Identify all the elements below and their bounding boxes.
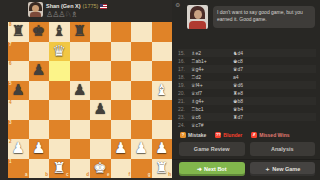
white-move[interactable]: ♕c6 — [191, 114, 233, 120]
square-a1[interactable]: 1a — [8, 159, 29, 179]
file-label-h: h — [168, 173, 171, 178]
square-f7[interactable] — [111, 42, 132, 62]
square-h8[interactable] — [152, 22, 173, 42]
move-number: 21. — [178, 98, 191, 104]
square-c8[interactable]: ♝ — [49, 22, 70, 42]
rank-label-4: 4 — [9, 101, 12, 106]
square-a4[interactable]: 4 — [8, 100, 29, 120]
square-g7[interactable] — [131, 42, 152, 62]
move-row: 19.♕f4+♛d6 — [178, 81, 316, 89]
us-flag-icon — [100, 4, 107, 9]
file-label-e: e — [107, 173, 110, 178]
move-row: 18.♖d2a4 — [178, 73, 316, 81]
square-h2[interactable]: ♟ — [152, 139, 173, 159]
rank-label-2: 2 — [9, 140, 12, 145]
square-d7[interactable] — [70, 42, 91, 62]
square-d8[interactable]: ♜ — [70, 22, 91, 42]
square-a5[interactable]: 5♟ — [8, 81, 29, 101]
rank-label-6: 6 — [9, 62, 12, 67]
square-b2[interactable]: ♟ — [29, 139, 50, 159]
square-b6[interactable]: ♟ — [29, 61, 50, 81]
rank-label-1: 1 — [9, 160, 12, 165]
arrow-right-icon: ➜ — [197, 166, 202, 172]
move-row: 22.♖bc1♛b4 — [178, 105, 316, 113]
move-number: 20. — [178, 90, 191, 96]
square-e4[interactable]: ♟ — [90, 100, 111, 120]
white-move[interactable]: ♕f4+ — [191, 82, 233, 88]
badge-icon: ? — [180, 132, 186, 138]
badge-icon: ?? — [215, 132, 221, 138]
white-move[interactable]: ♗e2 — [191, 50, 233, 56]
gear-icon[interactable]: ⚙ — [175, 1, 180, 8]
black-move[interactable]: ♛b4 — [233, 106, 275, 112]
chess-board[interactable]: 8♜♚♝♜7♛6♟5♟♟♝4♟32♟♟♟♟♟1abc♜de♚fgh♜ — [8, 22, 172, 178]
square-a7[interactable]: 7 — [8, 42, 29, 62]
square-c6[interactable] — [49, 61, 70, 81]
move-number: 18. — [178, 74, 191, 80]
square-c1[interactable]: c♜ — [49, 159, 70, 179]
square-a8[interactable]: 8♜ — [8, 22, 29, 42]
file-label-g: g — [148, 173, 151, 178]
white-move[interactable]: ♕g4+ — [191, 66, 233, 72]
black-pawn-e4: ♟ — [90, 100, 111, 120]
square-b3[interactable] — [29, 120, 50, 140]
square-e3[interactable] — [90, 120, 111, 140]
move-row: 21.♗g4+♚b8 — [178, 97, 316, 105]
square-c7[interactable]: ♛ — [49, 42, 70, 62]
square-b1[interactable]: b — [29, 159, 50, 179]
square-e8[interactable] — [90, 22, 111, 42]
square-f3[interactable] — [111, 120, 132, 140]
square-a6[interactable]: 6 — [8, 61, 29, 81]
badge-missed-wins: ✗Missed Wins — [251, 132, 289, 138]
black-rook-d8: ♜ — [70, 22, 91, 42]
square-a3[interactable]: 3 — [8, 120, 29, 140]
square-e1[interactable]: e♚ — [90, 159, 111, 179]
badge-mistake: ?Mistake — [180, 132, 206, 138]
square-g4[interactable] — [131, 100, 152, 120]
square-g3[interactable] — [131, 120, 152, 140]
analysis-button[interactable]: Analysis — [250, 142, 316, 156]
opponent-avatar[interactable] — [28, 2, 43, 17]
avatar-face — [194, 10, 202, 19]
square-f8[interactable] — [111, 22, 132, 42]
badge-label: Missed Wins — [259, 132, 289, 138]
new-game-button[interactable]: ＋ New Game — [250, 162, 316, 176]
rank-label-3: 3 — [9, 121, 12, 126]
badge-label: Mistake — [188, 132, 206, 138]
white-move[interactable]: ♖bc1 — [191, 106, 233, 112]
move-number: 16. — [178, 58, 191, 64]
square-e7[interactable] — [90, 42, 111, 62]
square-b5[interactable] — [29, 81, 50, 101]
black-move[interactable]: a4 — [233, 74, 275, 80]
move-number: 24. — [178, 122, 191, 128]
square-f6[interactable] — [111, 61, 132, 81]
white-move[interactable]: ♖d2 — [191, 74, 233, 80]
square-d5[interactable]: ♟ — [70, 81, 91, 101]
square-g2[interactable]: ♟ — [131, 139, 152, 159]
move-number: 15. — [178, 50, 191, 56]
black-king-b8: ♚ — [29, 22, 50, 42]
white-pawn-f2: ♟ — [111, 139, 132, 159]
square-g5[interactable] — [131, 81, 152, 101]
side-panel: ⚙ I don't want to say good game, but you… — [172, 0, 320, 180]
avatar-shirt — [189, 21, 206, 29]
white-move[interactable]: ♕c7# — [191, 122, 233, 128]
white-pawn-g2: ♟ — [131, 139, 152, 159]
move-number: 22. — [178, 106, 191, 112]
black-move[interactable]: ♛d6 — [233, 82, 275, 88]
square-d2[interactable] — [70, 139, 91, 159]
move-row: 16.♖ab1+♚c8 — [178, 57, 316, 65]
panel-divider — [172, 159, 320, 160]
move-number: 23. — [178, 114, 191, 120]
file-label-b: b — [45, 173, 48, 178]
badge-icon: ✗ — [251, 132, 257, 138]
move-row: 17.♕g4+♛d7 — [178, 65, 316, 73]
move-list[interactable]: 15.♗e2♞d416.♖ab1+♚c817.♕g4+♛d718.♖d2a419… — [178, 49, 316, 129]
black-move[interactable]: ♜d7 — [233, 114, 275, 120]
square-f4[interactable] — [111, 100, 132, 120]
square-f1[interactable]: f — [111, 159, 132, 179]
square-g1[interactable]: g — [131, 159, 152, 179]
game-review-button[interactable]: Game Review — [179, 142, 245, 156]
next-bot-button[interactable]: ➜ Next Bot — [179, 162, 245, 176]
square-g8[interactable] — [131, 22, 152, 42]
white-move[interactable]: ♗g4+ — [191, 98, 233, 104]
avatar-shirt — [30, 12, 41, 17]
chat-bubble: I don't want to say good game, but you e… — [213, 6, 315, 28]
last-move-highlight — [49, 61, 70, 81]
rank-label-7: 7 — [9, 43, 12, 48]
square-c5[interactable] — [49, 81, 70, 101]
black-pawn-b6: ♟ — [29, 61, 50, 81]
classification-badges: ?Mistake??Blunder✗Missed Wins — [180, 132, 316, 138]
rank-label-8: 8 — [9, 23, 12, 28]
square-d1[interactable]: d — [70, 159, 91, 179]
square-e6[interactable] — [90, 61, 111, 81]
square-f5[interactable] — [111, 81, 132, 101]
black-move[interactable]: ♚b8 — [233, 98, 275, 104]
square-c4[interactable] — [49, 100, 70, 120]
square-b8[interactable]: ♚ — [29, 22, 50, 42]
badge-blunder: ??Blunder — [215, 132, 242, 138]
square-h3[interactable] — [152, 120, 173, 140]
square-d3[interactable] — [70, 120, 91, 140]
black-bishop-c8: ♝ — [49, 22, 70, 42]
black-move[interactable]: ♞d4 — [233, 50, 275, 56]
square-f2[interactable]: ♟ — [111, 139, 132, 159]
move-row: 15.♗e2♞d4 — [178, 49, 316, 57]
last-move-highlight — [49, 42, 70, 62]
square-h6[interactable] — [152, 61, 173, 81]
square-d4[interactable] — [70, 100, 91, 120]
black-move[interactable]: ♚c8 — [233, 58, 275, 64]
file-label-c: c — [66, 173, 69, 178]
square-a2[interactable]: 2♟ — [8, 139, 29, 159]
move-number: 17. — [178, 66, 191, 72]
move-row: 24.♕c7# — [178, 121, 316, 129]
black-pawn-d5: ♟ — [70, 81, 91, 101]
avatar-face — [32, 5, 39, 12]
file-label-a: a — [25, 173, 28, 178]
badge-label: Blunder — [223, 132, 242, 138]
square-c2[interactable] — [49, 139, 70, 159]
plus-icon: ＋ — [264, 166, 270, 172]
black-move[interactable]: ♜e8 — [233, 90, 275, 96]
black-move[interactable]: ♛d7 — [233, 66, 275, 72]
square-e2[interactable] — [90, 139, 111, 159]
square-b4[interactable] — [29, 100, 50, 120]
file-label-d: d — [86, 173, 89, 178]
file-label-f: f — [129, 173, 131, 178]
move-row: 20.♕xf7♜e8 — [178, 89, 316, 97]
square-b7[interactable] — [29, 42, 50, 62]
move-number: 19. — [178, 82, 191, 88]
move-row: 23.♕c6♜d7 — [178, 113, 316, 121]
square-h4[interactable] — [152, 100, 173, 120]
square-h7[interactable] — [152, 42, 173, 62]
white-move[interactable]: ♕xf7 — [191, 90, 233, 96]
rank-label-5: 5 — [9, 82, 12, 87]
chat-message: I don't want to say good game, but you e… — [217, 9, 311, 23]
square-c3[interactable] — [49, 120, 70, 140]
square-g6[interactable] — [131, 61, 152, 81]
square-h5[interactable]: ♝ — [152, 81, 173, 101]
white-pawn-h2: ♟ — [152, 139, 173, 159]
white-bishop-h5: ♝ — [152, 81, 173, 101]
opponent-rating: (1775) — [83, 3, 99, 9]
square-h1[interactable]: h♜ — [152, 159, 173, 179]
chat-bot-avatar — [187, 5, 208, 29]
top-player-bar: Shan (Gen X)(1775) ♙♙♙♘♗ — [0, 0, 172, 22]
square-e5[interactable] — [90, 81, 111, 101]
captured-pieces-tray: ♙♙♙♘♗ — [46, 9, 77, 20]
white-pawn-b2: ♟ — [29, 139, 50, 159]
square-d6[interactable] — [70, 61, 91, 81]
white-move[interactable]: ♖ab1+ — [191, 58, 233, 64]
